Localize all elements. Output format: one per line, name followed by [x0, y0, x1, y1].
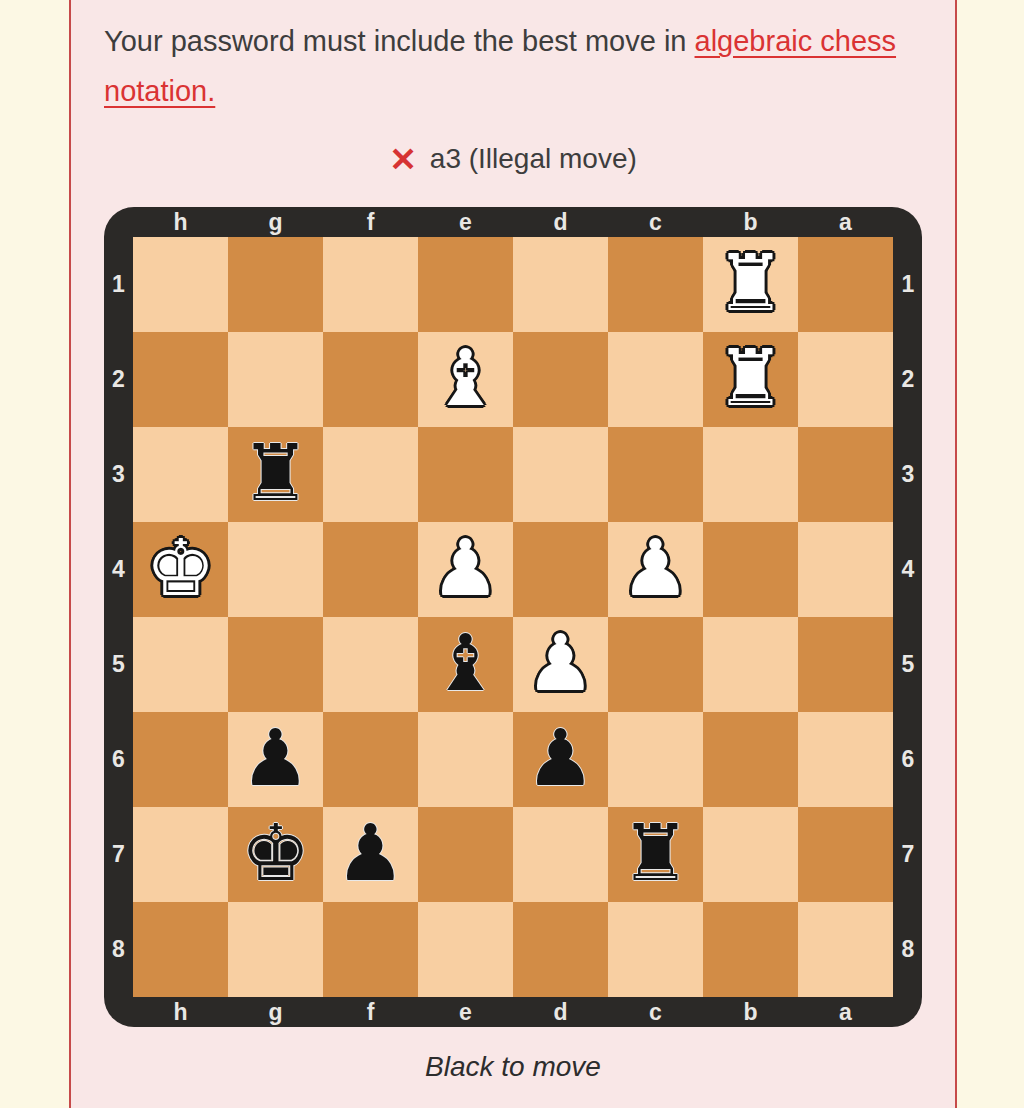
piece-wP-e4: ♟ [431, 529, 501, 607]
square-c8 [608, 902, 703, 997]
square-b7 [703, 807, 798, 902]
piece-bP-f7: ♟ [336, 814, 406, 892]
square-h7 [133, 807, 228, 902]
rank-label-7-left: 7 [104, 807, 133, 902]
file-label-e-bottom: e [418, 997, 513, 1027]
file-label-d-bottom: d [513, 997, 608, 1027]
rank-label-2-left: 2 [104, 332, 133, 427]
square-e5: ♝ [418, 617, 513, 712]
square-f2 [323, 332, 418, 427]
square-c6 [608, 712, 703, 807]
rank-labels-left: 12345678 [104, 237, 133, 997]
square-d1 [513, 237, 608, 332]
square-a1 [798, 237, 893, 332]
move-status-row: ✕ a3 (Illegal move) [71, 141, 955, 177]
piece-wP-d5: ♟ [526, 624, 596, 702]
file-label-f-top: f [323, 207, 418, 237]
square-a2 [798, 332, 893, 427]
file-label-f-bottom: f [323, 997, 418, 1027]
piece-wR-b2: ♜ [716, 339, 786, 417]
rank-label-3-right: 3 [894, 427, 922, 522]
square-g8 [228, 902, 323, 997]
square-e4: ♟ [418, 522, 513, 617]
square-g5 [228, 617, 323, 712]
square-e1 [418, 237, 513, 332]
piece-bB-e5: ♝ [431, 624, 501, 702]
rank-label-4-right: 4 [894, 522, 922, 617]
file-label-c-top: c [608, 207, 703, 237]
square-e6 [418, 712, 513, 807]
square-d2 [513, 332, 608, 427]
square-g2 [228, 332, 323, 427]
rank-label-8-right: 8 [894, 902, 922, 997]
square-c2 [608, 332, 703, 427]
square-g4 [228, 522, 323, 617]
rank-label-5-left: 5 [104, 617, 133, 712]
square-f6 [323, 712, 418, 807]
file-label-g-top: g [228, 207, 323, 237]
rank-label-1-left: 1 [104, 237, 133, 332]
move-status-text: a3 (Illegal move) [430, 143, 637, 175]
square-f3 [323, 427, 418, 522]
piece-bK-g7: ♚ [241, 814, 311, 892]
piece-bR-c7: ♜ [621, 814, 691, 892]
square-e8 [418, 902, 513, 997]
rank-label-3-left: 3 [104, 427, 133, 522]
board-grid: ♜♝♜♜♚♟♟♝♟♟♟♚♟♜ [133, 237, 893, 997]
file-label-b-bottom: b [703, 997, 798, 1027]
square-c5 [608, 617, 703, 712]
rank-label-1-right: 1 [894, 237, 922, 332]
file-label-c-bottom: c [608, 997, 703, 1027]
square-a7 [798, 807, 893, 902]
file-label-b-top: b [703, 207, 798, 237]
rank-label-4-left: 4 [104, 522, 133, 617]
rank-label-7-right: 7 [894, 807, 922, 902]
square-h4: ♚ [133, 522, 228, 617]
rank-label-5-right: 5 [894, 617, 922, 712]
square-b2: ♜ [703, 332, 798, 427]
piece-bP-g6: ♟ [241, 719, 311, 797]
rule-text-prefix: Your password must include the best move… [104, 25, 695, 57]
piece-bR-g3: ♜ [241, 434, 311, 512]
square-a6 [798, 712, 893, 807]
rank-label-2-right: 2 [894, 332, 922, 427]
square-d4 [513, 522, 608, 617]
square-f7: ♟ [323, 807, 418, 902]
square-h3 [133, 427, 228, 522]
piece-wK-h4: ♚ [146, 529, 216, 607]
piece-wR-b1: ♜ [716, 244, 786, 322]
square-b5 [703, 617, 798, 712]
piece-bP-d6: ♟ [526, 719, 596, 797]
square-e2: ♝ [418, 332, 513, 427]
square-h5 [133, 617, 228, 712]
square-f1 [323, 237, 418, 332]
file-label-h-bottom: h [133, 997, 228, 1027]
square-a8 [798, 902, 893, 997]
square-e7 [418, 807, 513, 902]
file-label-a-bottom: a [798, 997, 893, 1027]
square-b1: ♜ [703, 237, 798, 332]
file-labels-bottom: hgfedcba [133, 997, 893, 1027]
rank-label-6-left: 6 [104, 712, 133, 807]
rule-panel: Your password must include the best move… [69, 0, 957, 1108]
square-d6: ♟ [513, 712, 608, 807]
square-e3 [418, 427, 513, 522]
square-f5 [323, 617, 418, 712]
square-a4 [798, 522, 893, 617]
file-label-a-top: a [798, 207, 893, 237]
square-b3 [703, 427, 798, 522]
square-g6: ♟ [228, 712, 323, 807]
rank-label-8-left: 8 [104, 902, 133, 997]
square-c1 [608, 237, 703, 332]
square-b4 [703, 522, 798, 617]
square-d3 [513, 427, 608, 522]
error-x-icon: ✕ [389, 143, 417, 176]
square-b8 [703, 902, 798, 997]
square-g7: ♚ [228, 807, 323, 902]
square-h8 [133, 902, 228, 997]
square-g3: ♜ [228, 427, 323, 522]
square-a5 [798, 617, 893, 712]
piece-wB-e2: ♝ [431, 339, 501, 417]
square-c7: ♜ [608, 807, 703, 902]
square-h6 [133, 712, 228, 807]
chess-board: hgfedcba 12345678 ♜♝♜♜♚♟♟♝♟♟♟♚♟♜ 1234567… [104, 207, 922, 1027]
square-g1 [228, 237, 323, 332]
rule-text: Your password must include the best move… [104, 16, 926, 116]
square-c4: ♟ [608, 522, 703, 617]
square-d8 [513, 902, 608, 997]
file-label-e-top: e [418, 207, 513, 237]
file-label-d-top: d [513, 207, 608, 237]
square-h1 [133, 237, 228, 332]
square-b6 [703, 712, 798, 807]
square-d5: ♟ [513, 617, 608, 712]
square-a3 [798, 427, 893, 522]
file-label-h-top: h [133, 207, 228, 237]
rank-labels-right: 12345678 [894, 237, 922, 997]
square-f4 [323, 522, 418, 617]
piece-wP-c4: ♟ [621, 529, 691, 607]
square-d7 [513, 807, 608, 902]
file-label-g-bottom: g [228, 997, 323, 1027]
square-c3 [608, 427, 703, 522]
file-labels-top: hgfedcba [133, 207, 893, 237]
rank-label-6-right: 6 [894, 712, 922, 807]
side-to-move-caption: Black to move [71, 1051, 955, 1083]
square-h2 [133, 332, 228, 427]
square-f8 [323, 902, 418, 997]
